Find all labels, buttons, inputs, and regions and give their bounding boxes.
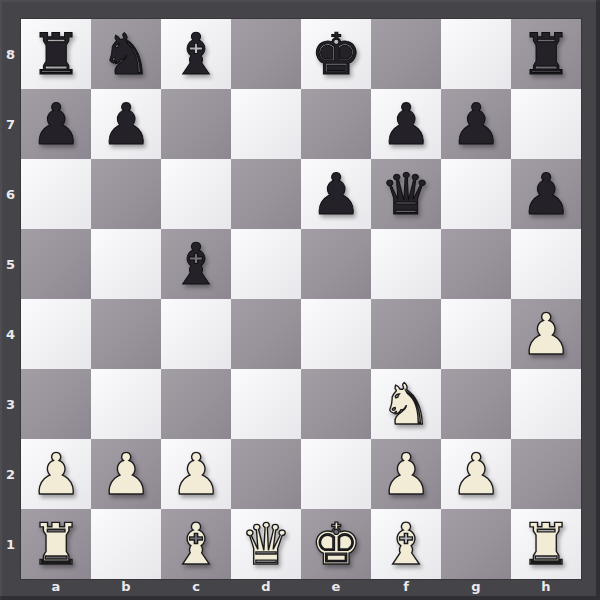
black-pawn[interactable]: ♟ [301,159,371,229]
square-h2[interactable] [511,439,581,509]
black-pawn[interactable]: ♟ [441,89,511,159]
black-bishop[interactable]: ♝ [161,229,231,299]
square-b5[interactable] [91,229,161,299]
square-f6[interactable]: ♛ [371,159,441,229]
file-label-a: a [21,579,91,600]
square-g4[interactable] [441,299,511,369]
square-b6[interactable] [91,159,161,229]
black-rook[interactable]: ♜ [511,19,581,89]
square-a1[interactable]: ♜ [21,509,91,579]
square-c7[interactable] [161,89,231,159]
rank-label-1: 1 [0,509,21,579]
square-e1[interactable]: ♚ [301,509,371,579]
square-e2[interactable] [301,439,371,509]
square-h5[interactable] [511,229,581,299]
square-h7[interactable] [511,89,581,159]
square-d6[interactable] [231,159,301,229]
black-queen[interactable]: ♛ [371,159,441,229]
square-c2[interactable]: ♟ [161,439,231,509]
file-label-e: e [301,579,371,600]
rank-labels: 87654321 [0,19,21,579]
square-b4[interactable] [91,299,161,369]
file-label-f: f [371,579,441,600]
square-a8[interactable]: ♜ [21,19,91,89]
square-e4[interactable] [301,299,371,369]
square-g1[interactable] [441,509,511,579]
square-f8[interactable] [371,19,441,89]
square-f2[interactable]: ♟ [371,439,441,509]
rank-label-2: 2 [0,439,21,509]
square-g3[interactable] [441,369,511,439]
square-a3[interactable] [21,369,91,439]
square-d4[interactable] [231,299,301,369]
square-a4[interactable] [21,299,91,369]
rank-label-8: 8 [0,19,21,89]
rank-label-3: 3 [0,369,21,439]
square-c6[interactable] [161,159,231,229]
square-f5[interactable] [371,229,441,299]
black-rook[interactable]: ♜ [21,19,91,89]
square-c3[interactable] [161,369,231,439]
white-bishop[interactable]: ♝ [371,509,441,579]
rank-label-7: 7 [0,89,21,159]
file-label-b: b [91,579,161,600]
white-queen[interactable]: ♛ [231,509,301,579]
black-pawn[interactable]: ♟ [371,89,441,159]
square-e5[interactable] [301,229,371,299]
square-f3[interactable]: ♞ [371,369,441,439]
white-pawn[interactable]: ♟ [91,439,161,509]
white-pawn[interactable]: ♟ [161,439,231,509]
white-bishop[interactable]: ♝ [161,509,231,579]
square-g5[interactable] [441,229,511,299]
white-pawn[interactable]: ♟ [441,439,511,509]
square-e6[interactable]: ♟ [301,159,371,229]
black-knight[interactable]: ♞ [91,19,161,89]
square-g6[interactable] [441,159,511,229]
square-c8[interactable]: ♝ [161,19,231,89]
white-pawn[interactable]: ♟ [511,299,581,369]
square-d3[interactable] [231,369,301,439]
black-pawn[interactable]: ♟ [511,159,581,229]
rank-label-5: 5 [0,229,21,299]
square-a5[interactable] [21,229,91,299]
square-g2[interactable]: ♟ [441,439,511,509]
square-a7[interactable]: ♟ [21,89,91,159]
rank-label-4: 4 [0,299,21,369]
chess-board-frame: 87654321 ♜♞♝♚♜♟♟♟♟♟♛♟♝♟♞♟♟♟♟♟♜♝♛♚♝♜ abcd… [0,0,600,600]
square-f1[interactable]: ♝ [371,509,441,579]
square-d7[interactable] [231,89,301,159]
white-knight[interactable]: ♞ [371,369,441,439]
square-a2[interactable]: ♟ [21,439,91,509]
square-a6[interactable] [21,159,91,229]
square-h6[interactable]: ♟ [511,159,581,229]
chess-board: ♜♞♝♚♜♟♟♟♟♟♛♟♝♟♞♟♟♟♟♟♜♝♛♚♝♜ [21,19,581,579]
square-g8[interactable] [441,19,511,89]
square-b8[interactable]: ♞ [91,19,161,89]
square-f4[interactable] [371,299,441,369]
square-h1[interactable]: ♜ [511,509,581,579]
square-d1[interactable]: ♛ [231,509,301,579]
white-rook[interactable]: ♜ [21,509,91,579]
file-labels: abcdefgh [21,579,581,600]
white-king[interactable]: ♚ [301,509,371,579]
square-c1[interactable]: ♝ [161,509,231,579]
square-h4[interactable]: ♟ [511,299,581,369]
black-king[interactable]: ♚ [301,19,371,89]
square-c5[interactable]: ♝ [161,229,231,299]
square-d8[interactable] [231,19,301,89]
square-h3[interactable] [511,369,581,439]
square-b3[interactable] [91,369,161,439]
black-pawn[interactable]: ♟ [91,89,161,159]
square-b7[interactable]: ♟ [91,89,161,159]
file-label-d: d [231,579,301,600]
black-bishop[interactable]: ♝ [161,19,231,89]
square-e7[interactable] [301,89,371,159]
square-f7[interactable]: ♟ [371,89,441,159]
square-c4[interactable] [161,299,231,369]
square-h8[interactable]: ♜ [511,19,581,89]
black-pawn[interactable]: ♟ [21,89,91,159]
white-pawn[interactable]: ♟ [21,439,91,509]
white-rook[interactable]: ♜ [511,509,581,579]
square-b1[interactable] [91,509,161,579]
square-e3[interactable] [301,369,371,439]
square-d2[interactable] [231,439,301,509]
file-label-c: c [161,579,231,600]
white-pawn[interactable]: ♟ [371,439,441,509]
square-b2[interactable]: ♟ [91,439,161,509]
file-label-h: h [511,579,581,600]
square-e8[interactable]: ♚ [301,19,371,89]
rank-label-6: 6 [0,159,21,229]
square-d5[interactable] [231,229,301,299]
square-g7[interactable]: ♟ [441,89,511,159]
file-label-g: g [441,579,511,600]
